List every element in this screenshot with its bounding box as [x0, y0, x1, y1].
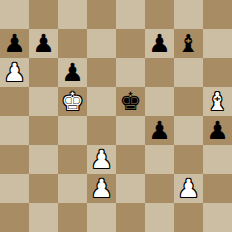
square-f6[interactable]: [145, 58, 174, 87]
square-d2[interactable]: ♟: [87, 174, 116, 203]
square-b8[interactable]: [29, 0, 58, 29]
square-d7[interactable]: [87, 29, 116, 58]
square-b3[interactable]: [29, 145, 58, 174]
square-f3[interactable]: [145, 145, 174, 174]
white-pawn[interactable]: ♟: [3, 58, 25, 87]
white-bishop[interactable]: ♝: [206, 87, 228, 116]
square-e7[interactable]: [116, 29, 145, 58]
square-a2[interactable]: [0, 174, 29, 203]
square-f1[interactable]: [145, 203, 174, 232]
square-c4[interactable]: [58, 116, 87, 145]
square-g8[interactable]: [174, 0, 203, 29]
square-c2[interactable]: [58, 174, 87, 203]
square-b5[interactable]: [29, 87, 58, 116]
square-h5[interactable]: ♝: [203, 87, 232, 116]
white-pawn[interactable]: ♟: [90, 145, 112, 174]
square-g3[interactable]: [174, 145, 203, 174]
square-d5[interactable]: [87, 87, 116, 116]
square-d3[interactable]: ♟: [87, 145, 116, 174]
square-b2[interactable]: [29, 174, 58, 203]
square-e2[interactable]: [116, 174, 145, 203]
square-b7[interactable]: ♟: [29, 29, 58, 58]
square-g7[interactable]: ♝: [174, 29, 203, 58]
square-a8[interactable]: [0, 0, 29, 29]
square-h7[interactable]: [203, 29, 232, 58]
square-d6[interactable]: [87, 58, 116, 87]
white-pawn[interactable]: ♟: [90, 174, 112, 203]
black-pawn[interactable]: ♟: [32, 29, 54, 58]
square-a4[interactable]: [0, 116, 29, 145]
square-e5[interactable]: ♚: [116, 87, 145, 116]
square-a3[interactable]: [0, 145, 29, 174]
square-b6[interactable]: [29, 58, 58, 87]
square-f7[interactable]: ♟: [145, 29, 174, 58]
white-king[interactable]: ♚: [61, 87, 83, 116]
square-d4[interactable]: [87, 116, 116, 145]
square-f4[interactable]: ♟: [145, 116, 174, 145]
black-pawn[interactable]: ♟: [61, 58, 83, 87]
square-d1[interactable]: [87, 203, 116, 232]
square-h1[interactable]: [203, 203, 232, 232]
square-b1[interactable]: [29, 203, 58, 232]
square-b4[interactable]: [29, 116, 58, 145]
black-pawn[interactable]: ♟: [3, 29, 25, 58]
square-g6[interactable]: [174, 58, 203, 87]
square-h8[interactable]: [203, 0, 232, 29]
square-g4[interactable]: [174, 116, 203, 145]
square-c5[interactable]: ♚: [58, 87, 87, 116]
square-g1[interactable]: [174, 203, 203, 232]
square-a1[interactable]: [0, 203, 29, 232]
square-e1[interactable]: [116, 203, 145, 232]
square-h4[interactable]: ♟: [203, 116, 232, 145]
square-f8[interactable]: [145, 0, 174, 29]
black-pawn[interactable]: ♟: [148, 29, 170, 58]
square-h2[interactable]: [203, 174, 232, 203]
black-pawn[interactable]: ♟: [148, 116, 170, 145]
square-g5[interactable]: [174, 87, 203, 116]
square-c6[interactable]: ♟: [58, 58, 87, 87]
square-f5[interactable]: [145, 87, 174, 116]
square-e8[interactable]: [116, 0, 145, 29]
square-a7[interactable]: ♟: [0, 29, 29, 58]
square-e4[interactable]: [116, 116, 145, 145]
square-d8[interactable]: [87, 0, 116, 29]
square-g2[interactable]: ♟: [174, 174, 203, 203]
square-f2[interactable]: [145, 174, 174, 203]
square-c7[interactable]: [58, 29, 87, 58]
white-pawn[interactable]: ♟: [177, 174, 199, 203]
black-pawn[interactable]: ♟: [206, 116, 228, 145]
chess-board: ♟♟♟♝♟♟♚♚♝♟♟♟♟♟: [0, 0, 232, 232]
square-e3[interactable]: [116, 145, 145, 174]
square-h3[interactable]: [203, 145, 232, 174]
square-c8[interactable]: [58, 0, 87, 29]
black-king[interactable]: ♚: [119, 87, 141, 116]
square-e6[interactable]: [116, 58, 145, 87]
square-a6[interactable]: ♟: [0, 58, 29, 87]
square-c1[interactable]: [58, 203, 87, 232]
square-c3[interactable]: [58, 145, 87, 174]
black-bishop[interactable]: ♝: [177, 29, 199, 58]
square-a5[interactable]: [0, 87, 29, 116]
square-h6[interactable]: [203, 58, 232, 87]
